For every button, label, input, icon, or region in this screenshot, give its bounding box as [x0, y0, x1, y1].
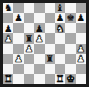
square-e7[interactable]: [45, 13, 55, 23]
square-b1[interactable]: [13, 74, 23, 84]
square-a5[interactable]: ♟: [3, 33, 13, 43]
square-h7[interactable]: ♟: [76, 13, 86, 23]
square-b2[interactable]: [13, 64, 23, 74]
square-c6[interactable]: [24, 23, 34, 33]
square-f7[interactable]: ♟: [55, 13, 65, 23]
square-b7[interactable]: ♟: [13, 13, 23, 23]
white-pawn-icon: ♟: [4, 33, 13, 42]
square-h3[interactable]: ♟: [76, 54, 86, 64]
square-d1[interactable]: [34, 74, 44, 84]
square-d6[interactable]: ♟: [34, 23, 44, 33]
chess-board: ♞♝♟♟♚♟♟♟♞♟♜♟♟♟♟♜♟♜♜♚: [3, 3, 86, 84]
square-h1[interactable]: [76, 74, 86, 84]
square-c5[interactable]: ♜: [24, 33, 34, 43]
square-f6[interactable]: ♞: [55, 23, 65, 33]
black-king-icon: ♚: [66, 13, 75, 22]
square-g7[interactable]: ♚: [65, 13, 75, 23]
square-a4[interactable]: [3, 44, 13, 54]
square-d8[interactable]: [34, 3, 44, 13]
square-g3[interactable]: [65, 54, 75, 64]
square-e8[interactable]: [45, 3, 55, 13]
square-b8[interactable]: [13, 3, 23, 13]
square-g2[interactable]: [65, 64, 75, 74]
black-pawn-icon: ♟: [56, 13, 65, 22]
square-g4[interactable]: [65, 44, 75, 54]
square-d4[interactable]: [34, 44, 44, 54]
black-pawn-icon: ♟: [77, 13, 86, 22]
white-pawn-icon: ♟: [77, 54, 86, 63]
black-bishop-icon: ♝: [56, 3, 65, 12]
square-d7[interactable]: [34, 13, 44, 23]
white-knight-icon: ♞: [56, 23, 65, 32]
square-b5[interactable]: [13, 33, 23, 43]
square-e3[interactable]: ♜: [45, 54, 55, 64]
square-d2[interactable]: [34, 64, 44, 74]
square-a8[interactable]: ♞: [3, 3, 13, 13]
square-h4[interactable]: ♟: [76, 44, 86, 54]
black-pawn-icon: ♟: [4, 23, 13, 32]
square-e2[interactable]: [45, 64, 55, 74]
square-f2[interactable]: [55, 64, 65, 74]
square-e1[interactable]: [45, 74, 55, 84]
square-e6[interactable]: [45, 23, 55, 33]
board-frame: ♞♝♟♟♚♟♟♟♞♟♜♟♟♟♟♜♟♜♜♚: [0, 0, 89, 87]
square-c1[interactable]: [24, 74, 34, 84]
square-b6[interactable]: [13, 23, 23, 33]
square-a7[interactable]: [3, 13, 13, 23]
square-f3[interactable]: [55, 54, 65, 64]
white-rook-icon: ♜: [4, 74, 13, 83]
white-pawn-icon: ♟: [35, 33, 44, 42]
square-g8[interactable]: [65, 3, 75, 13]
square-a1[interactable]: ♜: [3, 74, 13, 84]
square-c8[interactable]: [24, 3, 34, 13]
square-g5[interactable]: [65, 33, 75, 43]
square-h5[interactable]: [76, 33, 86, 43]
black-pawn-icon: ♟: [35, 23, 44, 32]
square-f1[interactable]: ♜: [55, 74, 65, 84]
square-f5[interactable]: [55, 33, 65, 43]
chess-diagram: ♞♝♟♟♚♟♟♟♞♟♜♟♟♟♟♜♟♜♜♚: [0, 0, 90, 88]
square-h8[interactable]: [76, 3, 86, 13]
black-pawn-icon: ♟: [14, 13, 23, 22]
black-rook-icon: ♜: [25, 33, 34, 42]
white-pawn-icon: ♟: [25, 44, 34, 53]
square-c2[interactable]: [24, 64, 34, 74]
square-c7[interactable]: [24, 13, 34, 23]
square-e4[interactable]: [45, 44, 55, 54]
black-rook-icon: ♜: [45, 54, 54, 63]
square-h6[interactable]: [76, 23, 86, 33]
square-c4[interactable]: ♟: [24, 44, 34, 54]
white-pawn-icon: ♟: [77, 44, 86, 53]
square-f4[interactable]: [55, 44, 65, 54]
square-h2[interactable]: [76, 64, 86, 74]
square-c3[interactable]: [24, 54, 34, 64]
square-e5[interactable]: [45, 33, 55, 43]
square-d3[interactable]: [34, 54, 44, 64]
black-knight-icon: ♞: [4, 3, 13, 12]
white-king-icon: ♚: [66, 74, 75, 83]
square-a6[interactable]: ♟: [3, 23, 13, 33]
square-f8[interactable]: ♝: [55, 3, 65, 13]
square-d5[interactable]: ♟: [34, 33, 44, 43]
square-b3[interactable]: ♟: [13, 54, 23, 64]
square-g1[interactable]: ♚: [65, 74, 75, 84]
square-a2[interactable]: [3, 64, 13, 74]
square-b4[interactable]: [13, 44, 23, 54]
white-pawn-icon: ♟: [14, 54, 23, 63]
square-a3[interactable]: [3, 54, 13, 64]
white-rook-icon: ♜: [56, 74, 65, 83]
square-g6[interactable]: [65, 23, 75, 33]
